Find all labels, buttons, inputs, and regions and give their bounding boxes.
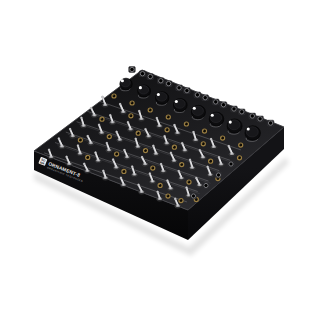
jack-socket	[158, 78, 165, 84]
gold-pin-jack	[122, 169, 126, 173]
knob-indicator-dot	[247, 127, 250, 130]
gold-pin-jack	[184, 122, 188, 126]
gold-pin-jack	[187, 180, 191, 184]
jack-socket	[203, 183, 209, 189]
product-photo-ornament-8: SO MA ORNAMENT-8 ORGANISMIC SEQUENCER	[0, 0, 320, 320]
jack-socket	[202, 95, 209, 101]
jack-socket	[239, 109, 246, 115]
gold-pin-jack	[129, 114, 133, 118]
gold-pin-jack	[221, 136, 225, 140]
jack-socket	[165, 81, 172, 87]
jack-socket	[176, 85, 183, 91]
gold-pin-jack	[209, 159, 213, 163]
jack-socket	[228, 161, 234, 167]
photo-background: SO MA ORNAMENT-8 ORGANISMIC SEQUENCER	[0, 0, 320, 320]
gold-pin-jack	[112, 94, 116, 98]
gold-pin-jack	[166, 194, 170, 198]
gold-pin-jack	[136, 131, 140, 135]
jack-socket	[194, 92, 201, 98]
jack-socket	[129, 67, 136, 73]
jack-socket	[139, 71, 146, 77]
jack-socket	[147, 74, 154, 80]
gold-pin-jack	[201, 142, 205, 146]
jack-socket	[190, 193, 196, 199]
gold-pin-jack	[239, 143, 243, 147]
jack-socket	[267, 120, 274, 126]
gold-pin-jack	[237, 156, 241, 160]
gold-pin-jack	[115, 152, 119, 156]
gold-pin-jack	[86, 155, 90, 159]
gold-pin-jack	[148, 108, 152, 112]
gold-pin-jack	[158, 183, 162, 187]
jack-socket	[215, 172, 221, 178]
jack-socket	[257, 116, 264, 122]
gold-pin-jack	[180, 163, 184, 167]
gold-pin-jack	[179, 198, 183, 202]
jack-socket	[231, 106, 238, 112]
gold-pin-jack	[78, 138, 82, 142]
knob-indicator-dot	[229, 121, 232, 124]
knob-indicator-dot	[157, 93, 160, 96]
knob-indicator-dot	[193, 107, 196, 110]
gold-pin-jack	[151, 166, 155, 170]
knob-indicator-dot	[211, 114, 214, 117]
jack-socket	[249, 113, 256, 119]
knob-indicator-dot	[139, 86, 142, 89]
jack-socket	[212, 99, 219, 105]
jack-socket	[184, 88, 191, 94]
gold-pin-jack	[172, 145, 176, 149]
knob-indicator-dot	[121, 79, 124, 82]
gold-pin-jack	[202, 129, 206, 133]
gold-pin-jack	[165, 128, 169, 132]
knob-indicator-dot	[175, 100, 178, 103]
jack-socket	[220, 102, 227, 108]
gold-pin-jack	[107, 135, 111, 139]
gold-pin-jack	[166, 115, 170, 119]
gold-pin-jack	[130, 101, 134, 105]
gold-pin-jack	[100, 117, 104, 121]
gold-pin-jack	[143, 149, 147, 153]
